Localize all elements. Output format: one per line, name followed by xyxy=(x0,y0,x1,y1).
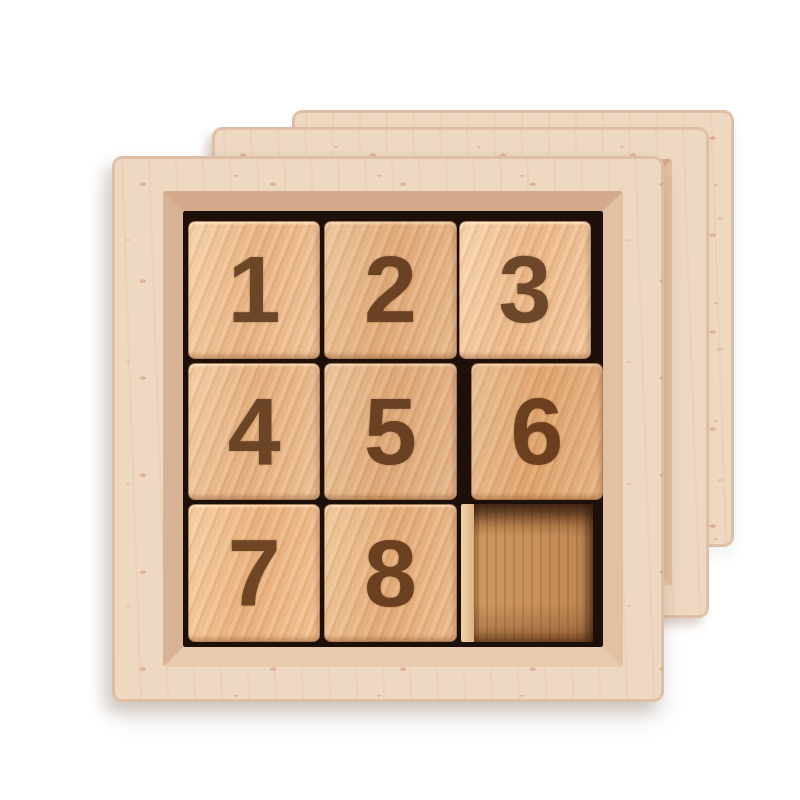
puzzle-box-front: 12345678 xyxy=(112,156,664,702)
tile-number: 6 xyxy=(510,384,563,479)
tile-8-side-face xyxy=(461,504,474,642)
puzzle-tile-7[interactable]: 7 xyxy=(188,504,320,642)
puzzle-tile-8[interactable]: 8 xyxy=(324,504,456,642)
puzzle-tray: 12345678 xyxy=(183,211,603,647)
puzzle-tile-2[interactable]: 2 xyxy=(324,221,456,359)
puzzle-tile-1[interactable]: 1 xyxy=(188,221,320,359)
puzzle-tile-4[interactable]: 4 xyxy=(188,363,320,501)
tile-number: 7 xyxy=(228,526,281,621)
puzzle-tile-3[interactable]: 3 xyxy=(459,221,591,359)
tile-number: 3 xyxy=(498,242,551,337)
tile-number: 1 xyxy=(228,242,281,337)
puzzle-tile-5[interactable]: 5 xyxy=(324,363,456,501)
product-photo-background: 12345678 xyxy=(0,0,800,800)
tile-number: 8 xyxy=(364,526,417,621)
tile-number: 4 xyxy=(228,384,281,479)
frame-front-bevel: 12345678 xyxy=(163,191,623,667)
empty-cell xyxy=(461,504,593,642)
puzzle-tile-6[interactable]: 6 xyxy=(471,363,603,501)
tile-number: 2 xyxy=(364,242,417,337)
tile-number: 5 xyxy=(364,384,417,479)
